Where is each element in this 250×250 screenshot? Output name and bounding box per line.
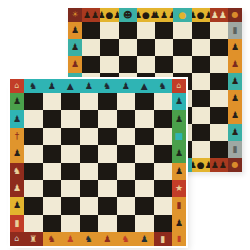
border-tile: ♟ (117, 79, 136, 93)
board-square[interactable] (135, 180, 154, 197)
board-square[interactable] (119, 56, 137, 73)
board-square[interactable] (210, 124, 228, 141)
board-square[interactable] (61, 110, 80, 127)
board-square[interactable] (155, 56, 173, 73)
board-square[interactable] (210, 107, 228, 124)
board-square[interactable] (80, 145, 99, 162)
board-square[interactable] (43, 93, 62, 110)
board-square[interactable] (154, 145, 173, 162)
border-tile: ▲ (61, 79, 80, 93)
border-tile: ▲ (135, 79, 154, 93)
cowboy-figure-icon: ♟ (122, 82, 130, 91)
board-square[interactable] (80, 163, 99, 180)
board-square[interactable] (192, 141, 210, 158)
board-square[interactable] (98, 197, 117, 214)
nameplate-icon: ▮ (233, 26, 238, 35)
kachina-doll-icon: ♟ (71, 43, 79, 52)
board-square[interactable] (135, 93, 154, 110)
border-tile: ♟ (98, 232, 117, 246)
saloon-building-icon: ⌂ (14, 82, 19, 90)
border-tile: ♟ (172, 215, 186, 232)
board-square[interactable] (155, 39, 173, 56)
border-tile: ♟ (228, 107, 242, 124)
border-tile: ♞ (154, 79, 173, 93)
seated-figures-icon: ♟♟ (211, 11, 227, 20)
border-tile: ☻ (119, 8, 137, 22)
board-square[interactable] (173, 22, 191, 39)
board-square[interactable] (61, 180, 80, 197)
cactus-icon: † (15, 132, 20, 141)
cowboy-figure-icon: ♟ (48, 82, 56, 91)
border-tile: ♟ (172, 110, 186, 127)
board-square[interactable] (154, 163, 173, 180)
board-square[interactable] (24, 215, 43, 232)
front-board: ⌂♞♟▲♟♞♟▲♞⌂♟♟♟♟†■♟♟♞♟♟★♟▮▮♟⌂♜♞♟♞♟♞♟▮▮ (10, 79, 186, 246)
scout-figure-icon: ♟ (175, 149, 183, 158)
border-tile: ♞ (98, 79, 117, 93)
horse-rider-icon: ♞ (13, 167, 21, 176)
board-square[interactable] (61, 215, 80, 232)
board-square[interactable] (98, 215, 117, 232)
mask-face-icon: ☻ (123, 11, 132, 20)
border-tile: ♟ (228, 39, 242, 56)
board-square[interactable] (173, 39, 191, 56)
border-tile: ♞ (10, 163, 24, 180)
board-square[interactable] (98, 163, 117, 180)
border-tile: ♞ (80, 232, 99, 246)
cowboy-figure-icon: ♟ (13, 149, 21, 158)
totem-figure-icon: ♟ (231, 111, 239, 120)
seated-figures-icon: ♟♟♟ (155, 11, 173, 20)
board-square[interactable] (43, 180, 62, 197)
border-tile: ★ (172, 180, 186, 197)
border-tile: ♟ (172, 93, 186, 110)
corner-tile: ☀ (68, 8, 82, 22)
board-square[interactable] (100, 39, 118, 56)
cowboy-figure-icon: ♟ (140, 235, 148, 244)
board-square[interactable] (24, 93, 43, 110)
board-square[interactable] (80, 215, 99, 232)
board-square[interactable] (61, 197, 80, 214)
totem-figure-icon: ♟ (231, 60, 239, 69)
cowboy-figure-icon: ♟ (13, 201, 21, 210)
border-tile: ♟ (10, 197, 24, 214)
board-square[interactable] (155, 22, 173, 39)
board-square[interactable] (24, 110, 43, 127)
border-tile: ♟ (228, 73, 242, 90)
cowboy-figure-icon: ♟ (175, 97, 183, 106)
board-square[interactable] (192, 107, 210, 124)
board-square[interactable] (154, 128, 173, 145)
board-square[interactable] (210, 56, 228, 73)
board-square[interactable] (154, 110, 173, 127)
border-tile: ● (173, 8, 191, 22)
board-square[interactable] (61, 93, 80, 110)
horse-rider-icon: ♞ (48, 235, 56, 244)
board-square[interactable] (192, 56, 210, 73)
border-tile: ▮ (10, 215, 24, 232)
border-tile: ♟ (68, 56, 82, 73)
board-square[interactable] (80, 110, 99, 127)
medallion-icon: ● (232, 161, 239, 169)
board-square[interactable] (117, 93, 136, 110)
barrel-icon: ▮ (177, 235, 181, 243)
border-tile: ♟♟ (210, 158, 228, 172)
totem-figure-icon: ♟ (231, 94, 239, 103)
board-square[interactable] (43, 163, 62, 180)
seated-figures-icon: ♟♟ (83, 11, 99, 20)
border-tile: ♞ (24, 79, 43, 93)
board-square[interactable] (100, 22, 118, 39)
totem-figure-icon: ♟ (231, 128, 239, 137)
border-tile: ♟ (135, 232, 154, 246)
border-tile: ▮ (154, 232, 173, 246)
barrel-icon: ▮ (177, 201, 182, 210)
board-square[interactable] (154, 93, 173, 110)
product-scene: ☀♟♟♟●♟☻♟●♟♟♟♟●♟●♟♟♟●♟▮♟♟♟♟♟♟♟♟♟♟♟♟♟▮★♟♟♟… (0, 0, 250, 250)
board-square[interactable] (117, 145, 136, 162)
chief-row-icon: ♟●♟ (137, 11, 155, 20)
board-square[interactable] (173, 56, 191, 73)
border-tile: ♟●♟ (192, 158, 210, 172)
board-square[interactable] (80, 93, 99, 110)
totem-figure-icon: ♟ (231, 43, 239, 52)
corner-tile: ⌂ (10, 79, 24, 93)
mask-face-icon: ● (178, 11, 186, 20)
board-square[interactable] (192, 22, 210, 39)
board-square[interactable] (135, 215, 154, 232)
board-square[interactable] (137, 22, 155, 39)
board-square[interactable] (61, 163, 80, 180)
seated-figures-icon: ♟♟ (211, 161, 227, 170)
board-square[interactable] (24, 180, 43, 197)
horse-rider-icon: ♞ (159, 82, 167, 91)
board-square[interactable] (80, 128, 99, 145)
cowboy-figure-icon: ♟ (13, 115, 21, 124)
board-square[interactable] (82, 56, 100, 73)
board-square[interactable] (117, 197, 136, 214)
corner-tile: ⌂ (10, 232, 24, 246)
border-tile: ♟ (172, 163, 186, 180)
board-square[interactable] (210, 141, 228, 158)
ranch-house-icon: ⌂ (14, 235, 19, 243)
board-square[interactable] (61, 145, 80, 162)
border-tile: ▮ (172, 197, 186, 214)
board-square[interactable] (137, 56, 155, 73)
horse-rider-icon: ♞ (29, 82, 37, 91)
chief-figure-icon: ♟ (85, 82, 93, 91)
border-tile: ♟ (61, 232, 80, 246)
border-tile: ♟ (80, 79, 99, 93)
border-tile: ♟♟ (210, 8, 228, 22)
board-square[interactable] (117, 215, 136, 232)
cowboy-figure-icon: ♟ (66, 235, 74, 244)
sheriff-figure-icon: ♟ (13, 184, 21, 193)
window-icon: ■ (175, 132, 184, 141)
teepee-icon: ▲ (67, 82, 74, 91)
nameplate-icon: ▮ (233, 145, 238, 154)
board-square[interactable] (119, 39, 137, 56)
totem-figure-icon: ♟ (231, 77, 239, 86)
door-icon: ▮ (15, 219, 20, 228)
board-square[interactable] (192, 39, 210, 56)
board-square[interactable] (80, 180, 99, 197)
board-square[interactable] (43, 215, 62, 232)
board-square[interactable] (210, 39, 228, 56)
board-square[interactable] (135, 128, 154, 145)
board-square[interactable] (82, 39, 100, 56)
board-square[interactable] (24, 128, 43, 145)
border-tile: ♟ (228, 56, 242, 73)
board-square[interactable] (100, 56, 118, 73)
border-tile: ♟ (228, 124, 242, 141)
border-tile: ♟ (10, 93, 24, 110)
board-square[interactable] (210, 90, 228, 107)
board-square[interactable] (43, 128, 62, 145)
teepee-icon: ▲ (141, 82, 148, 91)
border-tile: ♟●♟ (137, 8, 155, 22)
cowboy-figure-icon: ♟ (103, 235, 111, 244)
board-square[interactable] (24, 197, 43, 214)
border-tile: ♟ (10, 110, 24, 127)
sun-symbol-icon: ☀ (71, 11, 78, 19)
board-square[interactable] (98, 110, 117, 127)
corner-tile: ● (228, 8, 242, 22)
board-square[interactable] (210, 73, 228, 90)
horse-rider-icon: ♞ (103, 82, 111, 91)
board-square[interactable] (192, 73, 210, 90)
chief-row-icon: ♟●♟ (100, 11, 118, 20)
kachina-doll-icon: ♟ (71, 26, 79, 35)
board-square[interactable] (135, 145, 154, 162)
chief-row-icon: ♟●♟ (192, 11, 210, 20)
board-square[interactable] (192, 124, 210, 141)
scout-figure-icon: ♟ (13, 97, 21, 106)
cowboy-figure-icon: ♟ (175, 219, 183, 228)
border-tile: ♟ (68, 39, 82, 56)
border-tile: ♟ (172, 145, 186, 162)
cowboy-figure-icon: ♟ (175, 167, 183, 176)
corner-tile: ▮ (172, 232, 186, 246)
board-square[interactable] (98, 93, 117, 110)
board-square[interactable] (82, 22, 100, 39)
board-square[interactable] (24, 163, 43, 180)
board-square[interactable] (43, 145, 62, 162)
border-tile: ♟ (10, 180, 24, 197)
board-square[interactable] (117, 128, 136, 145)
border-tile: ♟♟♟ (155, 8, 173, 22)
horse-rider-icon: ♞ (122, 235, 130, 244)
border-tile: ■ (172, 128, 186, 145)
border-tile: ♟ (43, 79, 62, 93)
border-tile: ♟ (228, 90, 242, 107)
border-tile: ♞ (117, 232, 136, 246)
corner-tile: ⌂ (172, 79, 186, 93)
board-square[interactable] (61, 128, 80, 145)
border-tile: ♟ (10, 145, 24, 162)
board-square[interactable] (117, 180, 136, 197)
board-square[interactable] (154, 180, 173, 197)
border-tile: ♟●♟ (100, 8, 118, 22)
board-square[interactable] (80, 197, 99, 214)
border-tile: † (10, 128, 24, 145)
board-square[interactable] (154, 197, 173, 214)
border-tile: ♟♟ (82, 8, 100, 22)
board-square[interactable] (192, 90, 210, 107)
board-square[interactable] (137, 39, 155, 56)
kachina-doll-icon: ♟ (71, 60, 79, 69)
board-square[interactable] (117, 110, 136, 127)
board-square[interactable] (135, 110, 154, 127)
board-square[interactable] (43, 197, 62, 214)
board-square[interactable] (117, 163, 136, 180)
board-square[interactable] (43, 110, 62, 127)
border-tile: ▮ (228, 141, 242, 158)
border-tile: ♟●♟ (192, 8, 210, 22)
horse-rider-icon: ♞ (85, 235, 93, 244)
border-tile: ♜ (24, 232, 43, 246)
board-square[interactable] (135, 163, 154, 180)
border-tile: ▮ (228, 22, 242, 39)
scout-figure-icon: ♟ (175, 115, 183, 124)
corner-tile: ● (228, 158, 242, 172)
sheriff-star-icon: ★ (175, 184, 183, 193)
board-square[interactable] (119, 22, 137, 39)
board-square[interactable] (154, 215, 173, 232)
chief-row-icon: ♟●♟ (192, 161, 210, 170)
border-tile: ♟ (68, 22, 82, 39)
crate-icon: ▮ (160, 235, 165, 244)
board-square[interactable] (135, 197, 154, 214)
border-tile: ♞ (43, 232, 62, 246)
board-square[interactable] (98, 180, 117, 197)
medallion-icon: ● (232, 11, 239, 19)
board-square[interactable] (24, 145, 43, 162)
board-square[interactable] (210, 22, 228, 39)
saloon-building-icon: ⌂ (176, 82, 181, 90)
board-square[interactable] (98, 145, 117, 162)
wagon-icon: ♜ (29, 235, 37, 244)
board-square[interactable] (98, 128, 117, 145)
